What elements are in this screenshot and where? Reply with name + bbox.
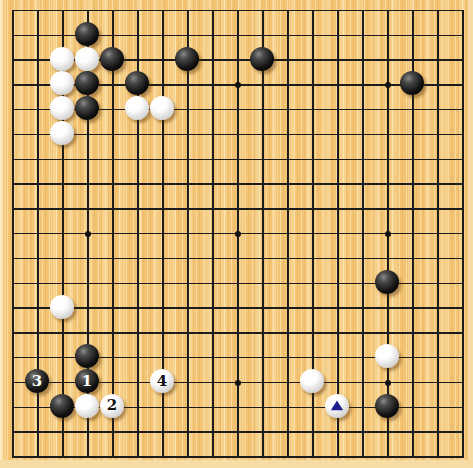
black-stone[interactable] (75, 22, 99, 46)
white-stone[interactable] (125, 96, 149, 120)
black-stone[interactable] (75, 71, 99, 95)
black-stone[interactable] (250, 47, 274, 71)
star-point (85, 231, 91, 237)
star-point (235, 380, 241, 386)
grid-line-vertical (287, 10, 289, 458)
star-point (385, 231, 391, 237)
white-stone[interactable] (50, 71, 74, 95)
black-stone[interactable] (375, 394, 399, 418)
star-point (235, 82, 241, 88)
move-number-label: 3 (32, 374, 42, 389)
grid-line-horizontal (12, 332, 464, 334)
white-stone[interactable]: 4 (150, 369, 174, 393)
black-stone[interactable]: 1 (75, 369, 99, 393)
white-stone[interactable] (75, 394, 99, 418)
board-edge-bevel-left (0, 0, 3, 468)
grid-line-vertical (437, 10, 439, 458)
white-stone[interactable] (50, 121, 74, 145)
white-stone[interactable] (50, 96, 74, 120)
star-point (235, 231, 241, 237)
white-stone[interactable] (50, 47, 74, 71)
black-stone[interactable] (175, 47, 199, 71)
black-stone[interactable] (400, 71, 424, 95)
grid-line-vertical (337, 10, 339, 458)
star-point (385, 82, 391, 88)
black-stone[interactable] (375, 270, 399, 294)
white-stone[interactable] (150, 96, 174, 120)
white-stone[interactable] (50, 295, 74, 319)
white-stone[interactable] (300, 369, 324, 393)
grid-line-horizontal (12, 307, 464, 309)
board-edge-bevel-right (468, 0, 473, 468)
go-board-screenshot: 3142 (0, 0, 473, 468)
black-stone[interactable] (50, 394, 74, 418)
grid-line-horizontal (12, 456, 464, 458)
grid-line-vertical (362, 10, 364, 458)
white-stone[interactable] (75, 47, 99, 71)
go-board[interactable]: 3142 (0, 0, 473, 468)
move-number-label: 4 (157, 374, 167, 389)
triangle-marker-icon (330, 400, 344, 411)
board-edge-bevel-bottom (0, 460, 473, 468)
move-number-label: 2 (107, 398, 117, 413)
grid-line-vertical (462, 10, 464, 458)
black-stone[interactable] (75, 344, 99, 368)
grid-line-horizontal (12, 258, 464, 260)
white-stone[interactable]: 2 (100, 394, 124, 418)
black-stone[interactable]: 3 (25, 369, 49, 393)
white-stone[interactable] (375, 344, 399, 368)
move-number-label: 1 (82, 374, 92, 389)
grid-line-horizontal (12, 431, 464, 433)
white-stone[interactable] (325, 394, 349, 418)
black-stone[interactable] (75, 96, 99, 120)
black-stone[interactable] (125, 71, 149, 95)
star-point (385, 380, 391, 386)
grid-line-vertical (262, 10, 264, 458)
black-stone[interactable] (100, 47, 124, 71)
